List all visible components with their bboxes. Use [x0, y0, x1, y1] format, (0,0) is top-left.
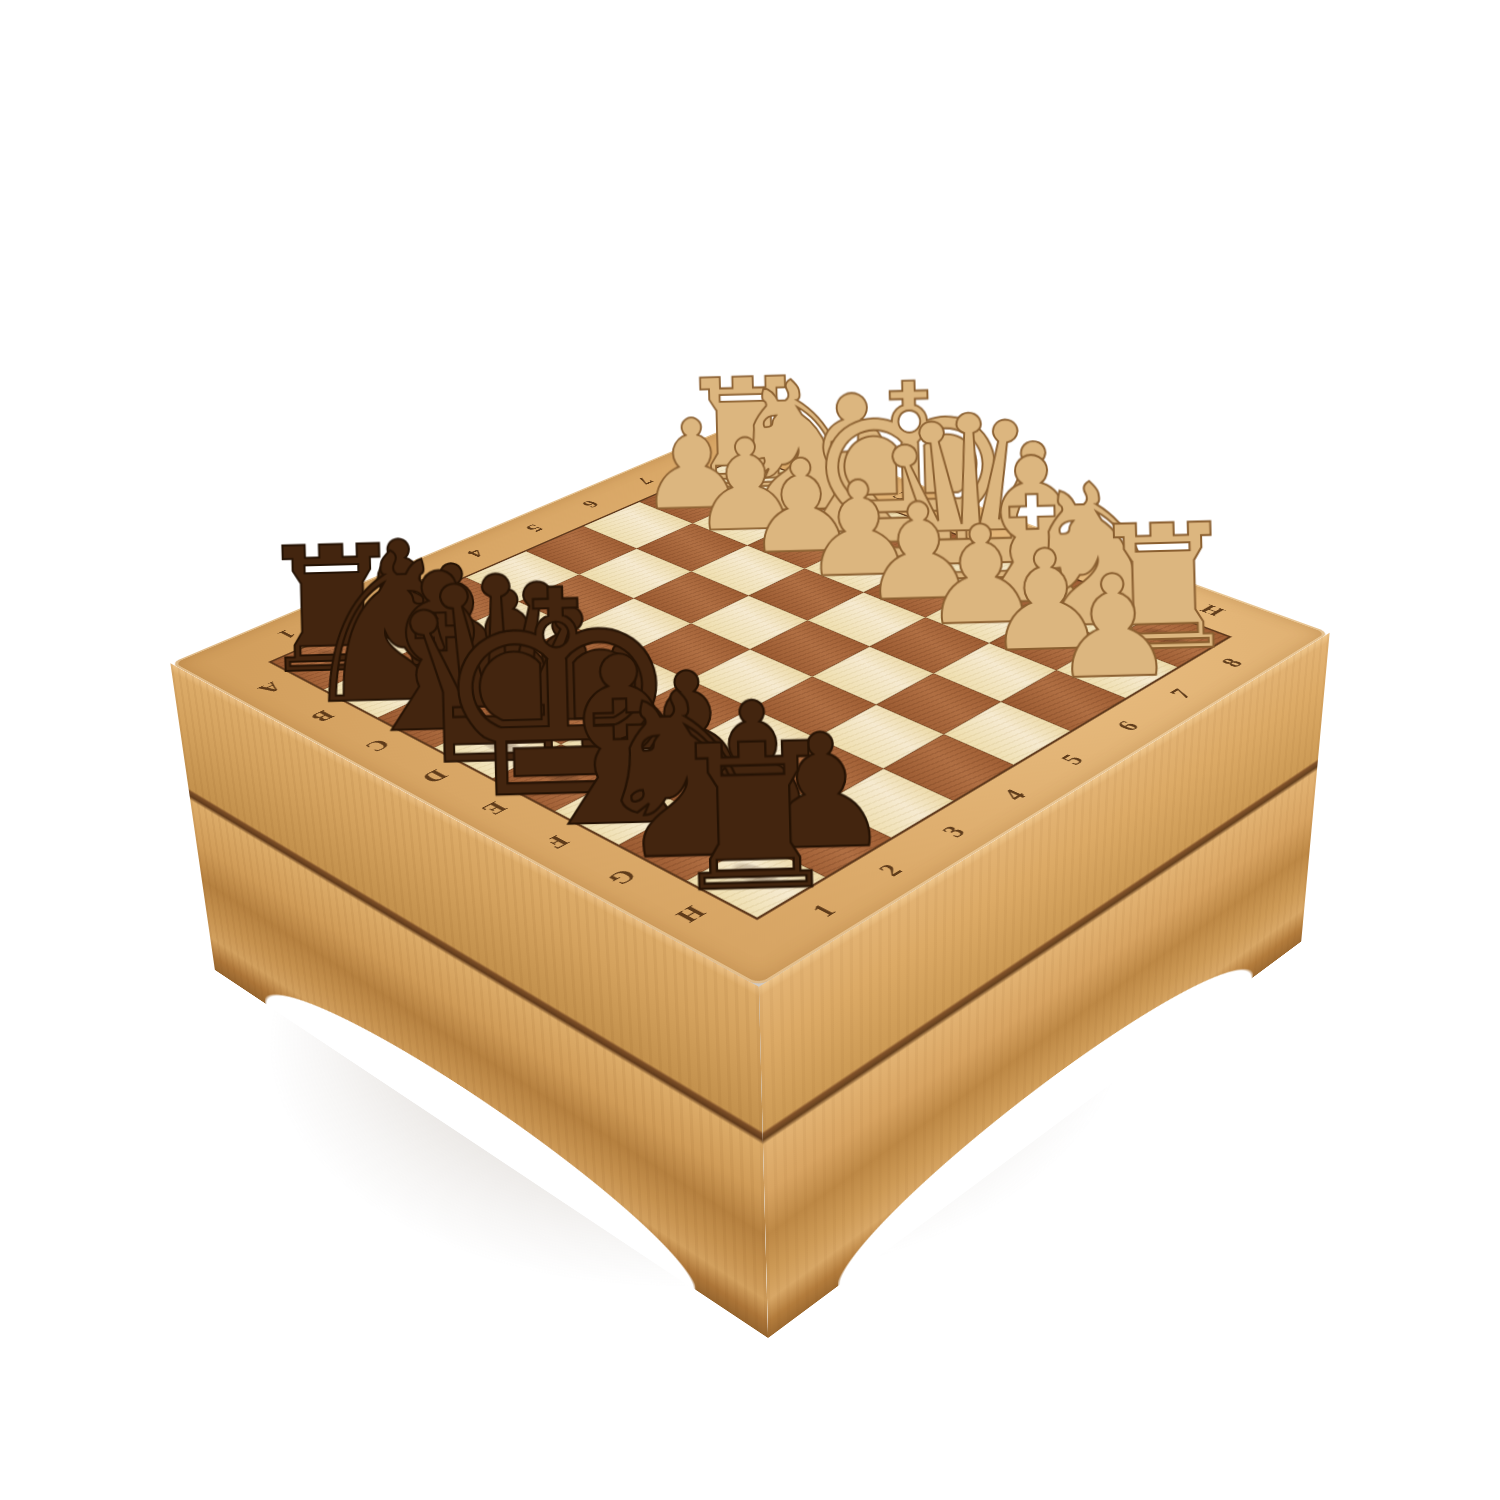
chess-box: AABBCCDDEEFFGGHH1122334455667788 ♜♞♝♚♛♝♞…: [170, 421, 1329, 987]
rank-label-right-4: 4: [998, 786, 1032, 803]
square-h5[interactable]: [943, 701, 1070, 764]
rank-label-right-6: 6: [1112, 718, 1145, 733]
file-label-front-g: G: [601, 866, 641, 888]
rank-label-right-7: 7: [1165, 686, 1197, 701]
rank-label-right-8: 8: [1216, 656, 1247, 670]
rank-label-right-5: 5: [1056, 751, 1089, 767]
rank-label-right-1: 1: [807, 901, 842, 920]
rank-label-left-6: 6: [577, 499, 603, 510]
rank-label-right-2: 2: [873, 861, 908, 879]
piece-dark-rook-h1[interactable]: ♜: [642, 716, 866, 878]
square-h6[interactable]: [1001, 670, 1126, 731]
file-label-front-h: H: [669, 902, 710, 925]
product-photo-scene: AABBCCDDEEFFGGHH1122334455667788 ♜♞♝♚♛♝♞…: [0, 0, 1500, 1500]
rank-label-right-3: 3: [937, 823, 971, 840]
piece-light-pawn-h7[interactable]: ♟: [1034, 555, 1192, 669]
